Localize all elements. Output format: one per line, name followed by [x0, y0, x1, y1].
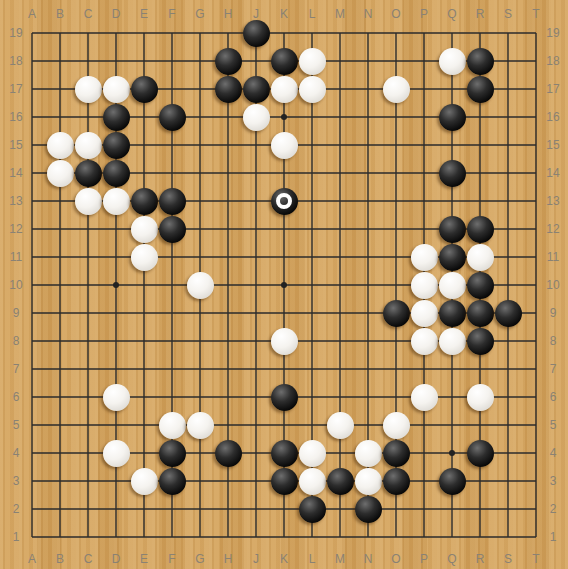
coord-label-top: C — [75, 8, 101, 20]
white-stone-C17 — [75, 76, 102, 103]
coord-label-top: Q — [439, 8, 465, 20]
coord-label-bottom: F — [159, 553, 185, 565]
white-stone-E11 — [131, 244, 158, 271]
white-stone-N4 — [355, 440, 382, 467]
coord-label-top: K — [271, 8, 297, 20]
white-stone-K8 — [271, 328, 298, 355]
coord-label-bottom: E — [131, 553, 157, 565]
star-point — [113, 282, 119, 288]
white-stone-Q18 — [439, 48, 466, 75]
white-stone-P10 — [411, 272, 438, 299]
coord-label-top: N — [355, 8, 381, 20]
black-stone-J19 — [243, 20, 270, 47]
coord-label-right: 5 — [540, 419, 566, 431]
coord-label-top: M — [327, 8, 353, 20]
coord-label-left: 9 — [3, 307, 29, 319]
black-stone-E17 — [131, 76, 158, 103]
coord-label-left: 4 — [3, 447, 29, 459]
black-stone-Q3 — [439, 468, 466, 495]
white-stone-P8 — [411, 328, 438, 355]
black-stone-F12 — [159, 216, 186, 243]
white-stone-Q8 — [439, 328, 466, 355]
black-stone-K3 — [271, 468, 298, 495]
coord-label-top: H — [215, 8, 241, 20]
coord-label-bottom: D — [103, 553, 129, 565]
coord-label-right: 4 — [540, 447, 566, 459]
black-stone-F13 — [159, 188, 186, 215]
coord-label-left: 5 — [3, 419, 29, 431]
white-stone-F5 — [159, 412, 186, 439]
white-stone-E3 — [131, 468, 158, 495]
black-stone-R4 — [467, 440, 494, 467]
coord-label-left: 7 — [3, 363, 29, 375]
coord-label-top: T — [523, 8, 549, 20]
black-stone-O9 — [383, 300, 410, 327]
white-stone-J16 — [243, 104, 270, 131]
black-stone-Q9 — [439, 300, 466, 327]
black-stone-F16 — [159, 104, 186, 131]
black-stone-Q14 — [439, 160, 466, 187]
black-stone-D15 — [103, 132, 130, 159]
black-stone-O3 — [383, 468, 410, 495]
black-stone-N2 — [355, 496, 382, 523]
black-stone-K13 — [271, 188, 298, 215]
coord-label-right: 9 — [540, 307, 566, 319]
white-stone-L18 — [299, 48, 326, 75]
coord-label-top: F — [159, 8, 185, 20]
white-stone-R11 — [467, 244, 494, 271]
coord-label-bottom: T — [523, 553, 549, 565]
white-stone-B14 — [47, 160, 74, 187]
coord-label-top: P — [411, 8, 437, 20]
black-stone-H17 — [215, 76, 242, 103]
coord-label-bottom: G — [187, 553, 213, 565]
coord-label-left: 17 — [3, 83, 29, 95]
coord-label-right: 15 — [540, 139, 566, 151]
coord-label-bottom: L — [299, 553, 325, 565]
coord-label-left: 1 — [3, 531, 29, 543]
coord-label-right: 13 — [540, 195, 566, 207]
black-stone-K4 — [271, 440, 298, 467]
black-stone-F3 — [159, 468, 186, 495]
black-stone-H18 — [215, 48, 242, 75]
black-stone-R10 — [467, 272, 494, 299]
coord-label-top: E — [131, 8, 157, 20]
coord-label-left: 14 — [3, 167, 29, 179]
coord-label-right: 11 — [540, 251, 566, 263]
star-point — [449, 450, 455, 456]
coord-label-bottom: K — [271, 553, 297, 565]
coord-label-right: 3 — [540, 475, 566, 487]
black-stone-R12 — [467, 216, 494, 243]
coord-label-left: 15 — [3, 139, 29, 151]
white-stone-D17 — [103, 76, 130, 103]
black-stone-D14 — [103, 160, 130, 187]
black-stone-J17 — [243, 76, 270, 103]
coord-label-left: 18 — [3, 55, 29, 67]
coord-label-top: B — [47, 8, 73, 20]
coord-label-right: 2 — [540, 503, 566, 515]
coord-label-bottom: Q — [439, 553, 465, 565]
black-stone-D16 — [103, 104, 130, 131]
star-point — [281, 282, 287, 288]
coord-label-top: D — [103, 8, 129, 20]
coord-label-left: 2 — [3, 503, 29, 515]
coord-label-right: 6 — [540, 391, 566, 403]
white-stone-O17 — [383, 76, 410, 103]
coord-label-bottom: R — [467, 553, 493, 565]
black-stone-R9 — [467, 300, 494, 327]
coord-label-right: 8 — [540, 335, 566, 347]
white-stone-E12 — [131, 216, 158, 243]
coord-label-left: 8 — [3, 335, 29, 347]
coord-label-right: 16 — [540, 111, 566, 123]
coord-label-bottom: A — [19, 553, 45, 565]
white-stone-P11 — [411, 244, 438, 271]
coord-label-top: R — [467, 8, 493, 20]
coord-label-bottom: P — [411, 553, 437, 565]
white-stone-G10 — [187, 272, 214, 299]
coord-label-top: O — [383, 8, 409, 20]
white-stone-Q10 — [439, 272, 466, 299]
coord-label-left: 16 — [3, 111, 29, 123]
coord-label-top: S — [495, 8, 521, 20]
black-stone-H4 — [215, 440, 242, 467]
white-stone-N3 — [355, 468, 382, 495]
white-stone-B15 — [47, 132, 74, 159]
coord-label-right: 10 — [540, 279, 566, 291]
black-stone-R17 — [467, 76, 494, 103]
white-stone-O5 — [383, 412, 410, 439]
black-stone-Q12 — [439, 216, 466, 243]
black-stone-Q16 — [439, 104, 466, 131]
coord-label-right: 12 — [540, 223, 566, 235]
black-stone-M3 — [327, 468, 354, 495]
black-stone-F4 — [159, 440, 186, 467]
white-stone-G5 — [187, 412, 214, 439]
coord-label-right: 1 — [540, 531, 566, 543]
black-stone-Q11 — [439, 244, 466, 271]
white-stone-P6 — [411, 384, 438, 411]
coord-label-left: 19 — [3, 27, 29, 39]
coord-label-left: 11 — [3, 251, 29, 263]
black-stone-R18 — [467, 48, 494, 75]
coord-label-left: 6 — [3, 391, 29, 403]
go-board[interactable]: AABBCCDDEEFFGGHHJJKKLLMMNNOOPPQQRRSSTT19… — [0, 0, 568, 569]
coord-label-right: 18 — [540, 55, 566, 67]
black-stone-C14 — [75, 160, 102, 187]
white-stone-K15 — [271, 132, 298, 159]
last-move-marker — [276, 193, 292, 209]
coord-label-top: G — [187, 8, 213, 20]
coord-label-bottom: J — [243, 553, 269, 565]
coord-label-bottom: O — [383, 553, 409, 565]
coord-label-bottom: C — [75, 553, 101, 565]
white-stone-L4 — [299, 440, 326, 467]
coord-label-bottom: H — [215, 553, 241, 565]
white-stone-C13 — [75, 188, 102, 215]
black-stone-K6 — [271, 384, 298, 411]
star-point — [281, 114, 287, 120]
black-stone-K18 — [271, 48, 298, 75]
coord-label-bottom: B — [47, 553, 73, 565]
coord-label-right: 19 — [540, 27, 566, 39]
coord-label-right: 7 — [540, 363, 566, 375]
white-stone-M5 — [327, 412, 354, 439]
coord-label-right: 14 — [540, 167, 566, 179]
coord-label-top: J — [243, 8, 269, 20]
black-stone-S9 — [495, 300, 522, 327]
coord-label-top: L — [299, 8, 325, 20]
coord-label-left: 3 — [3, 475, 29, 487]
white-stone-C15 — [75, 132, 102, 159]
coord-label-right: 17 — [540, 83, 566, 95]
white-stone-K17 — [271, 76, 298, 103]
coord-label-top: A — [19, 8, 45, 20]
white-stone-D4 — [103, 440, 130, 467]
black-stone-O4 — [383, 440, 410, 467]
black-stone-R8 — [467, 328, 494, 355]
coord-label-left: 13 — [3, 195, 29, 207]
coord-label-bottom: N — [355, 553, 381, 565]
coord-label-bottom: M — [327, 553, 353, 565]
coord-label-left: 12 — [3, 223, 29, 235]
black-stone-L2 — [299, 496, 326, 523]
white-stone-L17 — [299, 76, 326, 103]
white-stone-L3 — [299, 468, 326, 495]
coord-label-bottom: S — [495, 553, 521, 565]
white-stone-D6 — [103, 384, 130, 411]
white-stone-R6 — [467, 384, 494, 411]
black-stone-E13 — [131, 188, 158, 215]
coord-label-left: 10 — [3, 279, 29, 291]
white-stone-D13 — [103, 188, 130, 215]
white-stone-P9 — [411, 300, 438, 327]
